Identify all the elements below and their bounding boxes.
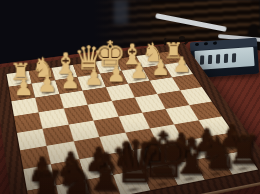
clock-buttons: [195, 42, 217, 47]
clock-digit-mark: [208, 55, 212, 64]
square-c2: ♟: [55, 77, 82, 94]
square-e2: ♟: [100, 71, 128, 87]
square-b2: ♟: [32, 80, 59, 97]
piece-wP-c2: ♟: [61, 69, 81, 91]
blurred-pillar: [114, 0, 128, 24]
square-h3: [172, 74, 202, 90]
clock-digit-mark: [224, 54, 228, 63]
piece-wP-d2: ♟: [84, 66, 104, 88]
piece-bR-a8: ♜: [27, 166, 66, 194]
square-a2: ♟: [9, 84, 36, 101]
square-d3: [83, 87, 112, 105]
clock-lcd-display: [194, 47, 254, 70]
piece-wP-a2: ♟: [13, 76, 33, 99]
clock-button: [204, 43, 208, 46]
clock-digit-mark: [216, 55, 220, 64]
piece-wP-g2: ♟: [151, 57, 170, 78]
clock-digit-mark: [232, 53, 236, 62]
piece-wP-h2: ♟: [172, 54, 191, 75]
tournament-chess-photo: ♜♞♝♛♚♝♞♜♟♟♟♟♟♟♟♟♟♟♟♟♟♟♟♟♜♞♝♛♚♝♞♜: [0, 0, 260, 194]
clock-button: [195, 43, 199, 46]
clock-button: [213, 42, 217, 45]
clock-digit-mark: [200, 56, 204, 65]
square-a8: ♜: [27, 185, 62, 194]
square-d2: ♟: [78, 74, 106, 90]
square-a4: [14, 112, 43, 132]
piece-wP-e2: ♟: [107, 63, 126, 85]
piece-wP-b2: ♟: [37, 73, 57, 95]
piece-wP-f2: ♟: [129, 60, 148, 82]
